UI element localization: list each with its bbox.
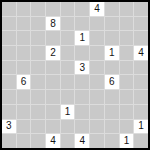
cell-r2c0[interactable] — [2, 31, 16, 45]
cell-r4c2[interactable] — [31, 61, 45, 75]
cell-r7c9[interactable] — [134, 105, 148, 119]
cell-r9c3-clue[interactable]: 4 — [46, 134, 60, 148]
cell-r1c9[interactable] — [134, 17, 148, 31]
cell-r3c2[interactable] — [31, 46, 45, 60]
cell-r7c0[interactable] — [2, 105, 16, 119]
cell-r7c8[interactable] — [120, 105, 134, 119]
cell-r1c6[interactable] — [90, 17, 104, 31]
cell-r7c2[interactable] — [31, 105, 45, 119]
cell-r5c5[interactable] — [75, 75, 89, 89]
cell-r7c1[interactable] — [17, 105, 31, 119]
cell-r7c6[interactable] — [90, 105, 104, 119]
cell-r9c0[interactable] — [2, 134, 16, 148]
cell-r2c1[interactable] — [17, 31, 31, 45]
cell-r4c0[interactable] — [2, 61, 16, 75]
cell-r5c8[interactable] — [120, 75, 134, 89]
cell-r0c2[interactable] — [31, 2, 45, 16]
cell-r9c7[interactable] — [105, 134, 119, 148]
cell-r0c7[interactable] — [105, 2, 119, 16]
cell-r9c5-clue[interactable]: 4 — [75, 134, 89, 148]
cell-r1c3-clue[interactable]: 8 — [46, 17, 60, 31]
cell-r6c8[interactable] — [120, 90, 134, 104]
cell-r8c6[interactable] — [90, 120, 104, 134]
cell-r3c6[interactable] — [90, 46, 104, 60]
cell-r5c3[interactable] — [46, 75, 60, 89]
cell-r4c5-clue[interactable]: 3 — [75, 61, 89, 75]
cell-r5c0[interactable] — [2, 75, 16, 89]
cell-r9c9[interactable] — [134, 134, 148, 148]
cell-r2c6[interactable] — [90, 31, 104, 45]
cell-r7c7[interactable] — [105, 105, 119, 119]
cell-r3c8[interactable] — [120, 46, 134, 60]
cell-r6c3[interactable] — [46, 90, 60, 104]
cell-r3c7-clue[interactable]: 1 — [105, 46, 119, 60]
cell-r1c2[interactable] — [31, 17, 45, 31]
cell-r7c4-clue[interactable]: 1 — [61, 105, 75, 119]
cell-r6c4[interactable] — [61, 90, 75, 104]
cell-r8c0-clue[interactable]: 3 — [2, 120, 16, 134]
cell-r9c1[interactable] — [17, 134, 31, 148]
cell-r8c1[interactable] — [17, 120, 31, 134]
cell-r8c7[interactable] — [105, 120, 119, 134]
cell-r5c6[interactable] — [90, 75, 104, 89]
cell-r0c6-clue[interactable]: 4 — [90, 2, 104, 16]
cell-r2c2[interactable] — [31, 31, 45, 45]
cell-r0c3[interactable] — [46, 2, 60, 16]
cell-r3c0[interactable] — [2, 46, 16, 60]
cell-r1c5[interactable] — [75, 17, 89, 31]
cell-r0c0[interactable] — [2, 2, 16, 16]
cell-r4c6[interactable] — [90, 61, 104, 75]
cell-r1c8[interactable] — [120, 17, 134, 31]
cell-r2c7[interactable] — [105, 31, 119, 45]
cell-r8c9-clue[interactable]: 1 — [134, 120, 148, 134]
cell-r9c4[interactable] — [61, 134, 75, 148]
cell-r5c7-clue[interactable]: 6 — [105, 75, 119, 89]
cell-r1c4[interactable] — [61, 17, 75, 31]
cell-r1c0[interactable] — [2, 17, 16, 31]
cell-r0c1[interactable] — [17, 2, 31, 16]
cell-r6c6[interactable] — [90, 90, 104, 104]
cell-r6c7[interactable] — [105, 90, 119, 104]
cell-r6c1[interactable] — [17, 90, 31, 104]
cell-r4c8[interactable] — [120, 61, 134, 75]
cell-r5c4[interactable] — [61, 75, 75, 89]
cell-r9c6[interactable] — [90, 134, 104, 148]
cell-r0c9[interactable] — [134, 2, 148, 16]
cell-r2c5-clue[interactable]: 1 — [75, 31, 89, 45]
cell-r5c2[interactable] — [31, 75, 45, 89]
cell-r0c5[interactable] — [75, 2, 89, 16]
cell-r3c9-clue[interactable]: 4 — [134, 46, 148, 60]
cell-r0c4[interactable] — [61, 2, 75, 16]
cell-r7c3[interactable] — [46, 105, 60, 119]
cell-r3c1[interactable] — [17, 46, 31, 60]
cell-r5c9[interactable] — [134, 75, 148, 89]
cell-r3c5[interactable] — [75, 46, 89, 60]
cell-r8c2[interactable] — [31, 120, 45, 134]
cell-r4c9[interactable] — [134, 61, 148, 75]
cell-r7c5[interactable] — [75, 105, 89, 119]
cell-r6c0[interactable] — [2, 90, 16, 104]
cell-r8c4[interactable] — [61, 120, 75, 134]
cell-r2c9[interactable] — [134, 31, 148, 45]
cell-r6c5[interactable] — [75, 90, 89, 104]
cell-r1c1[interactable] — [17, 17, 31, 31]
cell-r6c9[interactable] — [134, 90, 148, 104]
cell-r2c8[interactable] — [120, 31, 134, 45]
cell-r0c8[interactable] — [120, 2, 134, 16]
cell-r1c7[interactable] — [105, 17, 119, 31]
cell-r4c4[interactable] — [61, 61, 75, 75]
cell-r9c2[interactable] — [31, 134, 45, 148]
cell-r4c1[interactable] — [17, 61, 31, 75]
cell-r8c3[interactable] — [46, 120, 60, 134]
cell-r2c3[interactable] — [46, 31, 60, 45]
cell-r2c4[interactable] — [61, 31, 75, 45]
cell-r4c3[interactable] — [46, 61, 60, 75]
puzzle-board: 481214366131441 — [0, 0, 150, 150]
cell-r6c2[interactable] — [31, 90, 45, 104]
cell-r8c5[interactable] — [75, 120, 89, 134]
cell-r9c8-clue[interactable]: 1 — [120, 134, 134, 148]
cell-r3c4[interactable] — [61, 46, 75, 60]
cell-r3c3-clue[interactable]: 2 — [46, 46, 60, 60]
cell-r4c7[interactable] — [105, 61, 119, 75]
cell-r8c8[interactable] — [120, 120, 134, 134]
cell-r5c1-clue[interactable]: 6 — [17, 75, 31, 89]
